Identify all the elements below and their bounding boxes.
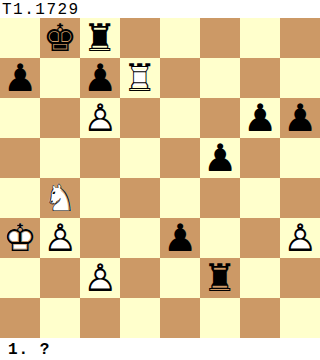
square-e8[interactable] bbox=[160, 18, 200, 58]
black-pawn[interactable]: ♟ bbox=[0, 58, 40, 98]
white-king[interactable]: ♔ bbox=[0, 218, 40, 258]
square-e6[interactable] bbox=[160, 98, 200, 138]
square-f5[interactable]: ♟ bbox=[200, 138, 240, 178]
title-bar: T1.1729 bbox=[0, 0, 320, 18]
footer-bar: 1. ? bbox=[0, 338, 320, 360]
white-rook[interactable]: ♖ bbox=[120, 58, 160, 98]
square-d6[interactable] bbox=[120, 98, 160, 138]
square-a2[interactable] bbox=[0, 258, 40, 298]
square-g6[interactable]: ♟ bbox=[240, 98, 280, 138]
white-pawn[interactable]: ♙ bbox=[280, 218, 320, 258]
square-d7[interactable]: ♜♖ bbox=[120, 58, 160, 98]
square-f7[interactable] bbox=[200, 58, 240, 98]
black-pawn[interactable]: ♟ bbox=[200, 138, 240, 178]
square-a1[interactable] bbox=[0, 298, 40, 338]
white-pawn-fill: ♟ bbox=[80, 258, 120, 298]
square-a5[interactable] bbox=[0, 138, 40, 178]
white-pawn[interactable]: ♙ bbox=[80, 258, 120, 298]
square-b8[interactable]: ♚ bbox=[40, 18, 80, 58]
black-rook[interactable]: ♜ bbox=[200, 258, 240, 298]
square-d3[interactable] bbox=[120, 218, 160, 258]
black-pawn[interactable]: ♟ bbox=[240, 98, 280, 138]
square-g2[interactable] bbox=[240, 258, 280, 298]
white-pawn-fill: ♟ bbox=[280, 218, 320, 258]
square-e4[interactable] bbox=[160, 178, 200, 218]
square-g1[interactable] bbox=[240, 298, 280, 338]
square-b3[interactable]: ♟♙ bbox=[40, 218, 80, 258]
square-d4[interactable] bbox=[120, 178, 160, 218]
square-b2[interactable] bbox=[40, 258, 80, 298]
square-b7[interactable] bbox=[40, 58, 80, 98]
square-h2[interactable] bbox=[280, 258, 320, 298]
black-pawn[interactable]: ♟ bbox=[280, 98, 320, 138]
chess-board: ♚♜♟♟♜♖♟♙♟♟♟♞♘♚♔♟♙♟♟♙♟♙♜ bbox=[0, 18, 320, 338]
square-h7[interactable] bbox=[280, 58, 320, 98]
square-a7[interactable]: ♟ bbox=[0, 58, 40, 98]
square-c2[interactable]: ♟♙ bbox=[80, 258, 120, 298]
square-h4[interactable] bbox=[280, 178, 320, 218]
square-c6[interactable]: ♟♙ bbox=[80, 98, 120, 138]
square-h5[interactable] bbox=[280, 138, 320, 178]
square-a4[interactable] bbox=[0, 178, 40, 218]
square-f3[interactable] bbox=[200, 218, 240, 258]
square-h1[interactable] bbox=[280, 298, 320, 338]
white-pawn-fill: ♟ bbox=[80, 98, 120, 138]
square-e7[interactable] bbox=[160, 58, 200, 98]
square-b4[interactable]: ♞♘ bbox=[40, 178, 80, 218]
square-e3[interactable]: ♟ bbox=[160, 218, 200, 258]
square-b5[interactable] bbox=[40, 138, 80, 178]
square-a3[interactable]: ♚♔ bbox=[0, 218, 40, 258]
white-knight-fill: ♞ bbox=[40, 178, 80, 218]
black-pawn[interactable]: ♟ bbox=[160, 218, 200, 258]
black-pawn[interactable]: ♟ bbox=[80, 58, 120, 98]
square-a6[interactable] bbox=[0, 98, 40, 138]
square-c7[interactable]: ♟ bbox=[80, 58, 120, 98]
square-h8[interactable] bbox=[280, 18, 320, 58]
square-c3[interactable] bbox=[80, 218, 120, 258]
square-f4[interactable] bbox=[200, 178, 240, 218]
square-g8[interactable] bbox=[240, 18, 280, 58]
square-g3[interactable] bbox=[240, 218, 280, 258]
square-c5[interactable] bbox=[80, 138, 120, 178]
square-g5[interactable] bbox=[240, 138, 280, 178]
square-d5[interactable] bbox=[120, 138, 160, 178]
white-pawn-fill: ♟ bbox=[40, 218, 80, 258]
square-f6[interactable] bbox=[200, 98, 240, 138]
square-c8[interactable]: ♜ bbox=[80, 18, 120, 58]
square-f1[interactable] bbox=[200, 298, 240, 338]
white-pawn[interactable]: ♙ bbox=[40, 218, 80, 258]
square-h6[interactable]: ♟ bbox=[280, 98, 320, 138]
white-rook-fill: ♜ bbox=[120, 58, 160, 98]
black-king[interactable]: ♚ bbox=[40, 18, 80, 58]
square-e5[interactable] bbox=[160, 138, 200, 178]
square-d1[interactable] bbox=[120, 298, 160, 338]
square-f2[interactable]: ♜ bbox=[200, 258, 240, 298]
square-d8[interactable] bbox=[120, 18, 160, 58]
black-rook[interactable]: ♜ bbox=[80, 18, 120, 58]
square-g4[interactable] bbox=[240, 178, 280, 218]
square-e2[interactable] bbox=[160, 258, 200, 298]
square-d2[interactable] bbox=[120, 258, 160, 298]
square-g7[interactable] bbox=[240, 58, 280, 98]
white-knight[interactable]: ♘ bbox=[40, 178, 80, 218]
square-c1[interactable] bbox=[80, 298, 120, 338]
square-b6[interactable] bbox=[40, 98, 80, 138]
square-e1[interactable] bbox=[160, 298, 200, 338]
square-f8[interactable] bbox=[200, 18, 240, 58]
square-b1[interactable] bbox=[40, 298, 80, 338]
move-prompt: 1. ? bbox=[8, 341, 50, 359]
white-pawn[interactable]: ♙ bbox=[80, 98, 120, 138]
square-c4[interactable] bbox=[80, 178, 120, 218]
square-a8[interactable] bbox=[0, 18, 40, 58]
puzzle-title: T1.1729 bbox=[2, 1, 80, 19]
square-h3[interactable]: ♟♙ bbox=[280, 218, 320, 258]
white-king-fill: ♚ bbox=[0, 218, 40, 258]
